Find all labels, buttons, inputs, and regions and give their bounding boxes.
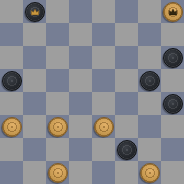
square-a5[interactable] (0, 69, 23, 92)
square-g3[interactable] (138, 115, 161, 138)
square-f8[interactable] (115, 0, 138, 23)
square-d7[interactable] (69, 23, 92, 46)
white-king-piece[interactable] (163, 2, 183, 22)
square-g2[interactable] (138, 138, 161, 161)
square-f2[interactable] (115, 138, 138, 161)
square-b2[interactable] (23, 138, 46, 161)
square-e2[interactable] (92, 138, 115, 161)
square-h3[interactable] (161, 115, 184, 138)
square-a8[interactable] (0, 0, 23, 23)
black-man-piece[interactable] (163, 48, 183, 68)
square-d1[interactable] (69, 161, 92, 184)
square-h1[interactable] (161, 161, 184, 184)
square-h8[interactable] (161, 0, 184, 23)
square-e5[interactable] (92, 69, 115, 92)
square-e1[interactable] (92, 161, 115, 184)
square-b7[interactable] (23, 23, 46, 46)
square-g8[interactable] (138, 0, 161, 23)
square-a6[interactable] (0, 46, 23, 69)
white-man-piece[interactable] (48, 117, 68, 137)
square-c1[interactable] (46, 161, 69, 184)
square-e3[interactable] (92, 115, 115, 138)
square-e7[interactable] (92, 23, 115, 46)
square-g1[interactable] (138, 161, 161, 184)
black-man-piece[interactable] (140, 71, 160, 91)
square-c7[interactable] (46, 23, 69, 46)
square-b4[interactable] (23, 92, 46, 115)
crown-icon (168, 8, 178, 16)
square-g5[interactable] (138, 69, 161, 92)
square-h4[interactable] (161, 92, 184, 115)
square-b6[interactable] (23, 46, 46, 69)
square-e4[interactable] (92, 92, 115, 115)
square-a4[interactable] (0, 92, 23, 115)
square-f4[interactable] (115, 92, 138, 115)
square-h7[interactable] (161, 23, 184, 46)
square-c8[interactable] (46, 0, 69, 23)
square-c3[interactable] (46, 115, 69, 138)
square-e8[interactable] (92, 0, 115, 23)
square-a2[interactable] (0, 138, 23, 161)
square-b3[interactable] (23, 115, 46, 138)
square-c6[interactable] (46, 46, 69, 69)
square-b8[interactable] (23, 0, 46, 23)
square-g6[interactable] (138, 46, 161, 69)
square-h5[interactable] (161, 69, 184, 92)
white-man-piece[interactable] (140, 163, 160, 183)
square-h2[interactable] (161, 138, 184, 161)
white-man-piece[interactable] (94, 117, 114, 137)
square-f5[interactable] (115, 69, 138, 92)
black-man-piece[interactable] (163, 94, 183, 114)
square-d4[interactable] (69, 92, 92, 115)
square-f3[interactable] (115, 115, 138, 138)
square-a7[interactable] (0, 23, 23, 46)
square-b5[interactable] (23, 69, 46, 92)
square-d8[interactable] (69, 0, 92, 23)
square-f7[interactable] (115, 23, 138, 46)
square-b1[interactable] (23, 161, 46, 184)
crown-icon (30, 8, 40, 16)
square-c2[interactable] (46, 138, 69, 161)
square-c5[interactable] (46, 69, 69, 92)
square-c4[interactable] (46, 92, 69, 115)
square-g7[interactable] (138, 23, 161, 46)
square-h6[interactable] (161, 46, 184, 69)
square-d5[interactable] (69, 69, 92, 92)
white-man-piece[interactable] (2, 117, 22, 137)
square-d2[interactable] (69, 138, 92, 161)
white-man-piece[interactable] (48, 163, 68, 183)
square-f1[interactable] (115, 161, 138, 184)
square-a3[interactable] (0, 115, 23, 138)
checkers-board (0, 0, 184, 184)
square-d3[interactable] (69, 115, 92, 138)
square-f6[interactable] (115, 46, 138, 69)
square-a1[interactable] (0, 161, 23, 184)
black-man-piece[interactable] (117, 140, 137, 160)
square-d6[interactable] (69, 46, 92, 69)
square-g4[interactable] (138, 92, 161, 115)
black-king-piece[interactable] (25, 2, 45, 22)
square-e6[interactable] (92, 46, 115, 69)
black-man-piece[interactable] (2, 71, 22, 91)
